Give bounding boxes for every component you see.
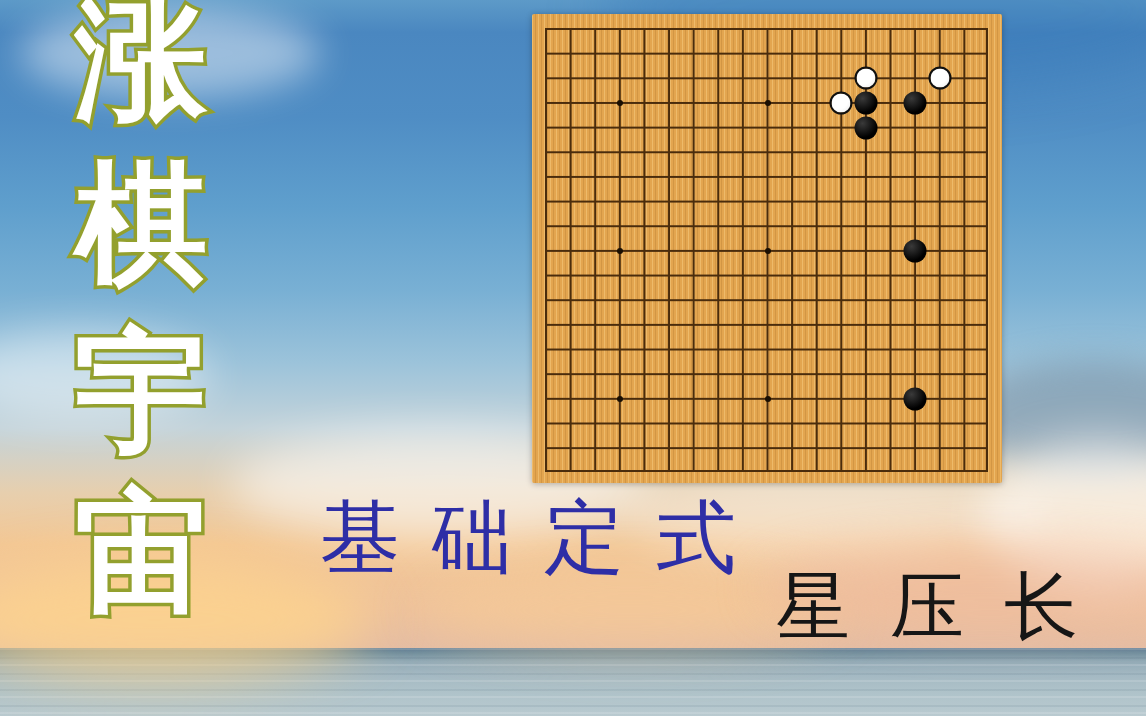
star-point [617, 396, 623, 402]
episode-caption: 星压长 [776, 568, 1118, 646]
title-char-1: 涨 [75, 0, 207, 126]
title-char-2: 棋 [75, 158, 207, 290]
stone-black-Q10 [904, 240, 927, 263]
title-char-4: 宙 [75, 486, 207, 618]
stone-black-Q16 [904, 91, 927, 114]
star-point [617, 248, 623, 254]
series-subtitle: 基础定式 [320, 496, 768, 580]
star-point [765, 396, 771, 402]
stone-black-O15 [854, 116, 877, 139]
star-point [765, 100, 771, 106]
star-point [765, 248, 771, 254]
channel-title: 涨 棋 宇 宙 [56, 0, 226, 660]
stone-white-R17 [928, 67, 951, 90]
stone-white-O17 [854, 67, 877, 90]
video-thumbnail: { "game": "go", "title": { "text": "涨棋宇宙… [0, 0, 1146, 716]
stone-black-Q4 [904, 388, 927, 411]
go-board [532, 14, 1002, 483]
go-board-grid [545, 28, 988, 472]
stone-black-O16 [854, 91, 877, 114]
stone-white-N16 [830, 91, 853, 114]
title-char-3: 宇 [75, 326, 207, 458]
star-point [617, 100, 623, 106]
